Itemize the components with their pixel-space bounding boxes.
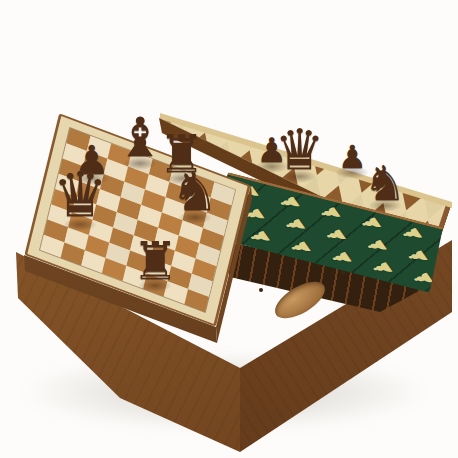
stored-piece: ♟ bbox=[320, 227, 351, 244]
stored-piece: ♟ bbox=[356, 215, 387, 232]
stored-piece: ♟ bbox=[367, 259, 398, 276]
stored-piece: ♟ bbox=[280, 216, 311, 233]
product-photo: Product photo of a folding wooden magnet… bbox=[0, 0, 458, 458]
stored-piece: ♟ bbox=[326, 249, 357, 266]
stored-piece: ♟ bbox=[244, 228, 275, 245]
stored-piece: ♟ bbox=[315, 204, 346, 221]
stored-piece: ♟ bbox=[402, 247, 433, 264]
hinge-pin bbox=[341, 271, 345, 275]
stored-piece: ♟ bbox=[397, 225, 428, 242]
stored-piece: ♟ bbox=[361, 237, 392, 254]
stored-piece: ♟ bbox=[285, 238, 316, 255]
stored-piece: ♟ bbox=[274, 194, 305, 211]
hinge-pin bbox=[259, 288, 263, 292]
